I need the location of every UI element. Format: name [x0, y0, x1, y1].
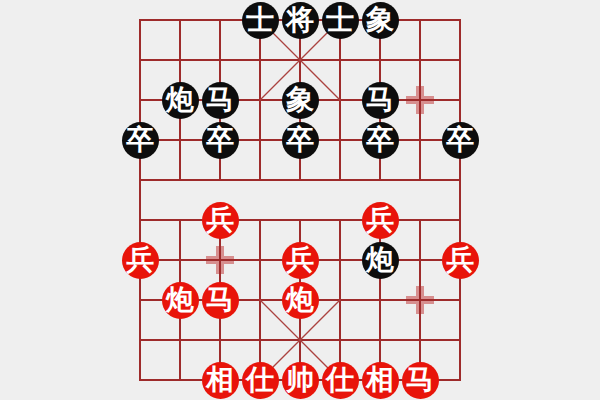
point-marker-corner — [221, 261, 234, 274]
piece-black-elephant[interactable]: 象 — [362, 2, 399, 39]
piece-red-horse[interactable]: 马 — [202, 282, 239, 319]
xiangqi-board: 士将士象炮马象马卒卒卒卒卒兵兵兵兵炮兵炮马炮相仕帅仕相马 — [0, 0, 600, 400]
point-marker — [206, 246, 234, 274]
piece-black-horse[interactable]: 马 — [202, 82, 239, 119]
point-marker-corner — [221, 246, 234, 259]
piece-black-cannon[interactable]: 炮 — [162, 82, 199, 119]
point-marker-corner — [406, 86, 419, 99]
point-marker-corner — [406, 301, 419, 314]
piece-black-soldier[interactable]: 卒 — [122, 122, 159, 159]
piece-red-advisor[interactable]: 仕 — [242, 362, 279, 399]
point-marker-corner — [421, 301, 434, 314]
piece-black-cannon[interactable]: 炮 — [362, 242, 399, 279]
piece-black-soldier[interactable]: 卒 — [362, 122, 399, 159]
piece-red-cannon[interactable]: 炮 — [162, 282, 199, 319]
piece-black-elephant[interactable]: 象 — [282, 82, 319, 119]
piece-red-horse[interactable]: 马 — [402, 362, 439, 399]
point-marker-corner — [406, 286, 419, 299]
piece-black-soldier[interactable]: 卒 — [282, 122, 319, 159]
piece-red-cannon[interactable]: 炮 — [282, 282, 319, 319]
piece-red-soldier[interactable]: 兵 — [362, 202, 399, 239]
point-marker-corner — [421, 101, 434, 114]
point-marker-corner — [206, 246, 219, 259]
point-marker-corner — [406, 101, 419, 114]
piece-red-soldier[interactable]: 兵 — [282, 242, 319, 279]
piece-red-elephant[interactable]: 相 — [202, 362, 239, 399]
piece-black-advisor[interactable]: 士 — [322, 2, 359, 39]
piece-black-advisor[interactable]: 士 — [242, 2, 279, 39]
piece-red-soldier[interactable]: 兵 — [122, 242, 159, 279]
piece-red-soldier[interactable]: 兵 — [202, 202, 239, 239]
point-marker — [406, 286, 434, 314]
point-marker-corner — [421, 86, 434, 99]
board-intersection-grid: 士将士象炮马象马卒卒卒卒卒兵兵兵兵炮兵炮马炮相仕帅仕相马 — [120, 0, 480, 400]
piece-black-soldier[interactable]: 卒 — [202, 122, 239, 159]
piece-black-horse[interactable]: 马 — [362, 82, 399, 119]
point-marker-corner — [421, 286, 434, 299]
piece-black-general[interactable]: 将 — [282, 2, 319, 39]
piece-red-advisor[interactable]: 仕 — [322, 362, 359, 399]
piece-red-elephant[interactable]: 相 — [362, 362, 399, 399]
piece-red-general[interactable]: 帅 — [282, 362, 319, 399]
point-marker — [406, 86, 434, 114]
piece-black-soldier[interactable]: 卒 — [442, 122, 479, 159]
point-marker-corner — [206, 261, 219, 274]
piece-red-soldier[interactable]: 兵 — [442, 242, 479, 279]
